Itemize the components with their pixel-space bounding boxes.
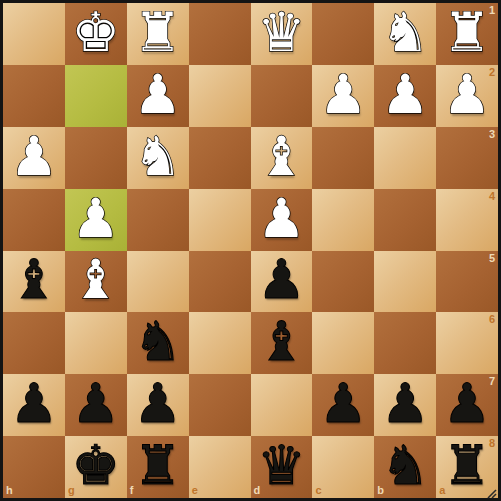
square-e8[interactable]: e — [189, 436, 251, 498]
square-d8[interactable]: d♛ — [251, 436, 313, 498]
square-f5[interactable] — [127, 251, 189, 313]
white-bishop[interactable]: ♝ — [257, 130, 305, 184]
square-c1[interactable] — [312, 3, 374, 65]
square-g1[interactable]: ♚ — [65, 3, 127, 65]
square-f8[interactable]: f♜ — [127, 436, 189, 498]
white-pawn[interactable]: ♟ — [257, 192, 305, 246]
white-pawn[interactable]: ♟ — [319, 68, 367, 122]
square-b8[interactable]: b♞ — [374, 436, 436, 498]
square-d6[interactable]: ♝ — [251, 312, 313, 374]
square-b3[interactable] — [374, 127, 436, 189]
file-label-e: e — [192, 485, 198, 496]
black-queen[interactable]: ♛ — [257, 439, 305, 493]
square-a4[interactable]: 4 — [436, 189, 498, 251]
square-f4[interactable] — [127, 189, 189, 251]
black-knight[interactable]: ♞ — [381, 439, 429, 493]
black-king[interactable]: ♚ — [72, 439, 120, 493]
square-e6[interactable] — [189, 312, 251, 374]
resize-handle-icon[interactable] — [485, 485, 497, 497]
square-d5[interactable]: ♟ — [251, 251, 313, 313]
square-d3[interactable]: ♝ — [251, 127, 313, 189]
square-e1[interactable] — [189, 3, 251, 65]
square-g4[interactable]: ♟ — [65, 189, 127, 251]
white-pawn[interactable]: ♟ — [72, 192, 120, 246]
square-a6[interactable]: 6 — [436, 312, 498, 374]
black-pawn[interactable]: ♟ — [10, 377, 58, 431]
board-frame: ♚♜♛♞1♜♟♟♟2♟♟♞♝3♟♟4♝♝♟5♞♝6♟♟♟♟♟7♟hg♚f♜ed♛… — [0, 0, 501, 501]
square-g3[interactable] — [65, 127, 127, 189]
square-h5[interactable]: ♝ — [3, 251, 65, 313]
square-c8[interactable]: c — [312, 436, 374, 498]
square-g2[interactable] — [65, 65, 127, 127]
rank-label-4: 4 — [489, 191, 495, 202]
square-a2[interactable]: 2♟ — [436, 65, 498, 127]
square-e3[interactable] — [189, 127, 251, 189]
black-pawn[interactable]: ♟ — [319, 377, 367, 431]
white-rook[interactable]: ♜ — [133, 6, 181, 60]
square-e2[interactable] — [189, 65, 251, 127]
square-b7[interactable]: ♟ — [374, 374, 436, 436]
square-a1[interactable]: 1♜ — [436, 3, 498, 65]
square-f3[interactable]: ♞ — [127, 127, 189, 189]
square-h8[interactable]: h — [3, 436, 65, 498]
square-d1[interactable]: ♛ — [251, 3, 313, 65]
square-g6[interactable] — [65, 312, 127, 374]
rank-label-3: 3 — [489, 129, 495, 140]
square-e7[interactable] — [189, 374, 251, 436]
white-king[interactable]: ♚ — [72, 6, 120, 60]
square-f6[interactable]: ♞ — [127, 312, 189, 374]
square-b1[interactable]: ♞ — [374, 3, 436, 65]
square-c4[interactable] — [312, 189, 374, 251]
file-label-c: c — [315, 485, 321, 496]
square-c6[interactable] — [312, 312, 374, 374]
square-b5[interactable] — [374, 251, 436, 313]
square-d2[interactable] — [251, 65, 313, 127]
square-h4[interactable] — [3, 189, 65, 251]
white-queen[interactable]: ♛ — [257, 6, 305, 60]
white-pawn[interactable]: ♟ — [133, 68, 181, 122]
square-c7[interactable]: ♟ — [312, 374, 374, 436]
square-a7[interactable]: 7♟ — [436, 374, 498, 436]
black-rook[interactable]: ♜ — [443, 439, 491, 493]
black-bishop[interactable]: ♝ — [257, 315, 305, 369]
white-rook[interactable]: ♜ — [443, 6, 491, 60]
square-f1[interactable]: ♜ — [127, 3, 189, 65]
square-a5[interactable]: 5 — [436, 251, 498, 313]
rank-label-5: 5 — [489, 253, 495, 264]
square-h1[interactable] — [3, 3, 65, 65]
black-rook[interactable]: ♜ — [133, 439, 181, 493]
square-h6[interactable] — [3, 312, 65, 374]
black-pawn[interactable]: ♟ — [133, 377, 181, 431]
square-e4[interactable] — [189, 189, 251, 251]
square-h7[interactable]: ♟ — [3, 374, 65, 436]
black-bishop[interactable]: ♝ — [10, 253, 58, 307]
square-g5[interactable]: ♝ — [65, 251, 127, 313]
square-a3[interactable]: 3 — [436, 127, 498, 189]
square-e5[interactable] — [189, 251, 251, 313]
black-pawn[interactable]: ♟ — [257, 253, 305, 307]
square-f2[interactable]: ♟ — [127, 65, 189, 127]
square-f7[interactable]: ♟ — [127, 374, 189, 436]
white-pawn[interactable]: ♟ — [381, 68, 429, 122]
white-pawn[interactable]: ♟ — [443, 68, 491, 122]
black-pawn[interactable]: ♟ — [443, 377, 491, 431]
black-knight[interactable]: ♞ — [133, 315, 181, 369]
square-d4[interactable]: ♟ — [251, 189, 313, 251]
square-g7[interactable]: ♟ — [65, 374, 127, 436]
square-d7[interactable] — [251, 374, 313, 436]
white-knight[interactable]: ♞ — [381, 6, 429, 60]
square-c2[interactable]: ♟ — [312, 65, 374, 127]
white-bishop[interactable]: ♝ — [72, 253, 120, 307]
square-c5[interactable] — [312, 251, 374, 313]
file-label-h: h — [6, 485, 13, 496]
square-b4[interactable] — [374, 189, 436, 251]
square-g8[interactable]: g♚ — [65, 436, 127, 498]
black-pawn[interactable]: ♟ — [381, 377, 429, 431]
square-c3[interactable] — [312, 127, 374, 189]
square-b6[interactable] — [374, 312, 436, 374]
white-pawn[interactable]: ♟ — [10, 130, 58, 184]
square-h2[interactable] — [3, 65, 65, 127]
white-knight[interactable]: ♞ — [133, 130, 181, 184]
black-pawn[interactable]: ♟ — [72, 377, 120, 431]
square-h3[interactable]: ♟ — [3, 127, 65, 189]
rank-label-6: 6 — [489, 314, 495, 325]
chess-board: ♚♜♛♞1♜♟♟♟2♟♟♞♝3♟♟4♝♝♟5♞♝6♟♟♟♟♟7♟hg♚f♜ed♛… — [3, 3, 498, 498]
square-b2[interactable]: ♟ — [374, 65, 436, 127]
